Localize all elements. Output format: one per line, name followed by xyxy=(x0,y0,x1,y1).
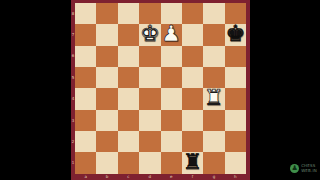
watermark-pawn-icon: ♟ xyxy=(290,164,299,173)
thumbnail-canvas: ♚♟♚♜♜ 87654321 abcdefgh ♟ CHESS WEB.IN xyxy=(0,0,320,180)
square-d6[interactable] xyxy=(139,46,160,67)
square-b8[interactable] xyxy=(96,3,117,24)
square-b1[interactable] xyxy=(96,152,117,174)
square-c6[interactable] xyxy=(118,46,139,67)
chess-board: ♚♟♚♜♜ 87654321 abcdefgh xyxy=(71,0,250,180)
square-d2[interactable] xyxy=(139,131,160,152)
rank-labels: 87654321 xyxy=(71,3,75,174)
square-e6[interactable] xyxy=(161,46,182,67)
square-h2[interactable] xyxy=(225,131,246,152)
square-f7[interactable] xyxy=(182,24,203,46)
square-h5[interactable] xyxy=(225,67,246,88)
square-g7[interactable] xyxy=(203,24,224,46)
square-c2[interactable] xyxy=(118,131,139,152)
black-king[interactable]: ♚ xyxy=(225,23,245,45)
square-d7[interactable]: ♚ xyxy=(139,24,160,46)
file-label-h: h xyxy=(225,174,246,180)
square-f8[interactable] xyxy=(182,3,203,24)
square-b5[interactable] xyxy=(96,67,117,88)
square-e3[interactable] xyxy=(161,110,182,131)
square-h3[interactable] xyxy=(225,110,246,131)
rank-label-4: 4 xyxy=(71,89,75,110)
square-e7[interactable]: ♟ xyxy=(161,24,182,46)
square-a1[interactable] xyxy=(75,152,96,174)
square-g1[interactable] xyxy=(203,152,224,174)
pawn-icon: ♟ xyxy=(291,165,297,172)
square-c3[interactable] xyxy=(118,110,139,131)
square-a2[interactable] xyxy=(75,131,96,152)
square-g2[interactable] xyxy=(203,131,224,152)
square-c4[interactable] xyxy=(118,88,139,110)
square-b6[interactable] xyxy=(96,46,117,67)
square-e1[interactable] xyxy=(161,152,182,174)
square-a5[interactable] xyxy=(75,67,96,88)
square-b7[interactable] xyxy=(96,24,117,46)
square-f6[interactable] xyxy=(182,46,203,67)
watermark-line2: WEB.IN xyxy=(301,169,317,174)
file-label-g: g xyxy=(203,174,224,180)
white-pawn[interactable]: ♟ xyxy=(161,23,181,45)
file-label-e: e xyxy=(161,174,182,180)
rank-label-8: 8 xyxy=(71,3,75,24)
rank-label-7: 7 xyxy=(71,24,75,45)
square-g8[interactable] xyxy=(203,3,224,24)
square-d1[interactable] xyxy=(139,152,160,174)
watermark: ♟ CHESS WEB.IN xyxy=(290,164,317,173)
square-d4[interactable] xyxy=(139,88,160,110)
square-d5[interactable] xyxy=(139,67,160,88)
square-h6[interactable] xyxy=(225,46,246,67)
square-a8[interactable] xyxy=(75,3,96,24)
square-f4[interactable] xyxy=(182,88,203,110)
square-g4[interactable]: ♜ xyxy=(203,88,224,110)
file-label-d: d xyxy=(139,174,160,180)
square-c8[interactable] xyxy=(118,3,139,24)
file-label-f: f xyxy=(182,174,203,180)
square-c1[interactable] xyxy=(118,152,139,174)
square-e5[interactable] xyxy=(161,67,182,88)
file-label-c: c xyxy=(118,174,139,180)
square-a3[interactable] xyxy=(75,110,96,131)
square-b4[interactable] xyxy=(96,88,117,110)
white-king[interactable]: ♚ xyxy=(140,23,160,45)
square-c5[interactable] xyxy=(118,67,139,88)
board-grid: ♚♟♚♜♜ xyxy=(75,3,246,174)
square-b2[interactable] xyxy=(96,131,117,152)
square-c7[interactable] xyxy=(118,24,139,46)
square-h4[interactable] xyxy=(225,88,246,110)
rank-label-3: 3 xyxy=(71,110,75,131)
square-a6[interactable] xyxy=(75,46,96,67)
rank-label-1: 1 xyxy=(71,153,75,174)
square-a7[interactable] xyxy=(75,24,96,46)
square-h1[interactable] xyxy=(225,152,246,174)
watermark-text: CHESS WEB.IN xyxy=(301,164,317,173)
square-e2[interactable] xyxy=(161,131,182,152)
square-h7[interactable]: ♚ xyxy=(225,24,246,46)
rank-label-2: 2 xyxy=(71,131,75,152)
file-label-b: b xyxy=(96,174,117,180)
file-label-a: a xyxy=(75,174,96,180)
square-g3[interactable] xyxy=(203,110,224,131)
square-e4[interactable] xyxy=(161,88,182,110)
square-a4[interactable] xyxy=(75,88,96,110)
square-f3[interactable] xyxy=(182,110,203,131)
rank-label-5: 5 xyxy=(71,67,75,88)
square-f5[interactable] xyxy=(182,67,203,88)
square-f1[interactable]: ♜ xyxy=(182,152,203,174)
rank-label-6: 6 xyxy=(71,46,75,67)
square-b3[interactable] xyxy=(96,110,117,131)
black-rook[interactable]: ♜ xyxy=(183,151,203,173)
white-rook[interactable]: ♜ xyxy=(204,87,224,109)
file-labels: abcdefgh xyxy=(75,174,246,180)
square-d3[interactable] xyxy=(139,110,160,131)
square-g6[interactable] xyxy=(203,46,224,67)
